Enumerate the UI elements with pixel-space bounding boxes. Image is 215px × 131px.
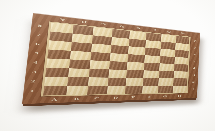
file-label-bottom-f: F <box>142 94 158 99</box>
square-g2 <box>158 78 173 85</box>
playing-field <box>41 21 191 96</box>
square-c3 <box>89 69 109 78</box>
rank-label-right-2: 2 <box>189 79 197 86</box>
square-e1 <box>125 86 143 94</box>
square-d1 <box>107 86 126 94</box>
product-photo: ABCDEFGH 87654321 87654321 ABCDEFGH <box>0 0 215 131</box>
square-b3 <box>68 68 90 77</box>
rank-label-right-3: 3 <box>189 72 197 79</box>
rank-label-right-1: 1 <box>189 85 198 92</box>
square-d2 <box>107 78 126 86</box>
file-label-bottom-g: G <box>157 94 172 99</box>
rank-label-left-1: 1 <box>24 86 41 96</box>
rank-label-left-4: 4 <box>27 58 43 68</box>
square-e3 <box>126 70 143 78</box>
square-g3 <box>159 71 174 79</box>
rank-label-left-5: 5 <box>28 48 44 58</box>
square-f1 <box>142 86 158 94</box>
rank-label-left-2: 2 <box>25 77 42 87</box>
rank-label-left-6: 6 <box>29 39 45 49</box>
rank-label-right-5: 5 <box>190 58 198 65</box>
square-b2 <box>67 77 89 86</box>
square-b1 <box>66 86 88 95</box>
square-f3 <box>143 70 159 78</box>
rank-label-right-7: 7 <box>191 44 199 51</box>
square-a2 <box>44 77 68 86</box>
file-label-bottom-b: B <box>65 96 87 102</box>
rank-label-left-7: 7 <box>30 30 46 40</box>
square-a3 <box>45 68 69 77</box>
rank-label-left-3: 3 <box>26 67 42 77</box>
square-f2 <box>142 78 158 86</box>
square-h2 <box>173 78 187 85</box>
file-label-bottom-e: E <box>125 95 142 100</box>
rank-label-right-4: 4 <box>190 65 198 72</box>
square-h1 <box>173 86 187 93</box>
file-label-bottom-d: D <box>106 95 125 100</box>
file-label-bottom-h: H <box>172 94 186 99</box>
square-g1 <box>158 86 173 94</box>
square-c2 <box>88 77 108 86</box>
square-c1 <box>87 86 107 95</box>
file-label-bottom-c: C <box>87 96 107 102</box>
rank-label-left-8: 8 <box>32 21 48 32</box>
square-d3 <box>108 69 127 77</box>
square-e2 <box>126 78 143 86</box>
file-label-bottom-a: A <box>42 97 66 103</box>
chessboard: ABCDEFGH 87654321 87654321 ABCDEFGH <box>22 13 200 104</box>
rank-label-right-8: 8 <box>191 38 199 45</box>
rank-label-right-6: 6 <box>191 51 199 58</box>
rank-labels-right: 87654321 <box>189 38 200 93</box>
square-a1 <box>43 86 67 95</box>
